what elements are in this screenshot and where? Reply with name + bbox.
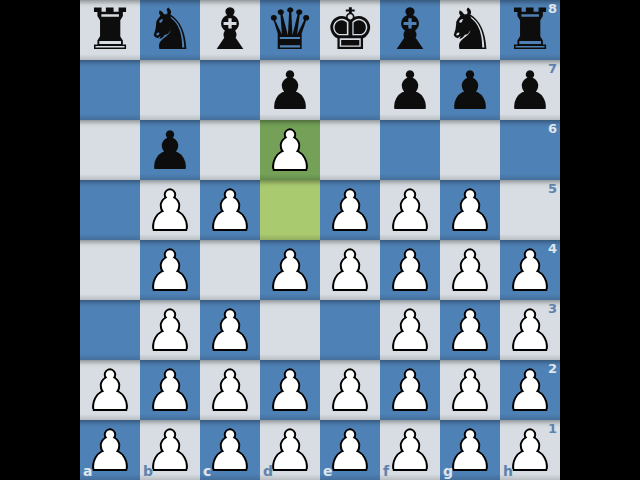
square-c6[interactable] bbox=[200, 120, 260, 180]
piece-white-pawn[interactable]: ♟ bbox=[86, 361, 134, 421]
square-h8[interactable]: ♜8 bbox=[500, 0, 560, 60]
piece-black-pawn[interactable]: ♟ bbox=[266, 61, 314, 121]
square-e3[interactable] bbox=[320, 300, 380, 360]
square-a7[interactable] bbox=[80, 60, 140, 120]
piece-black-bishop[interactable]: ♝ bbox=[384, 0, 435, 59]
square-h5[interactable]: 5 bbox=[500, 180, 560, 240]
piece-white-pawn[interactable]: ♟ bbox=[326, 241, 374, 301]
square-c5[interactable]: ♟ bbox=[200, 180, 260, 240]
piece-white-pawn[interactable]: ♟ bbox=[266, 421, 314, 480]
square-e6[interactable] bbox=[320, 120, 380, 180]
chess-board: ♜♞♝♛♚♝♞♜8♟♟♟♟7♟♟6♟♟♟♟♟5♟♟♟♟♟♟4♟♟♟♟♟3♟♟♟♟… bbox=[80, 0, 560, 480]
square-a1[interactable]: ♟a bbox=[80, 420, 140, 480]
square-c7[interactable] bbox=[200, 60, 260, 120]
square-b2[interactable]: ♟ bbox=[140, 360, 200, 420]
square-e7[interactable] bbox=[320, 60, 380, 120]
square-e1[interactable]: ♟e bbox=[320, 420, 380, 480]
square-g4[interactable]: ♟ bbox=[440, 240, 500, 300]
piece-white-pawn[interactable]: ♟ bbox=[386, 421, 434, 480]
square-a5[interactable] bbox=[80, 180, 140, 240]
square-b1[interactable]: ♟b bbox=[140, 420, 200, 480]
square-g8[interactable]: ♞ bbox=[440, 0, 500, 60]
square-c4[interactable] bbox=[200, 240, 260, 300]
square-a2[interactable]: ♟ bbox=[80, 360, 140, 420]
piece-white-pawn[interactable]: ♟ bbox=[386, 181, 434, 241]
piece-white-pawn[interactable]: ♟ bbox=[146, 301, 194, 361]
piece-white-pawn[interactable]: ♟ bbox=[386, 361, 434, 421]
piece-white-pawn[interactable]: ♟ bbox=[206, 421, 254, 480]
piece-white-pawn[interactable]: ♟ bbox=[326, 421, 374, 480]
square-a3[interactable] bbox=[80, 300, 140, 360]
square-f2[interactable]: ♟ bbox=[380, 360, 440, 420]
piece-black-queen[interactable]: ♛ bbox=[264, 0, 315, 59]
piece-black-pawn[interactable]: ♟ bbox=[146, 121, 194, 181]
square-h1[interactable]: ♟1h bbox=[500, 420, 560, 480]
square-d3[interactable] bbox=[260, 300, 320, 360]
piece-white-pawn[interactable]: ♟ bbox=[86, 421, 134, 480]
square-e2[interactable]: ♟ bbox=[320, 360, 380, 420]
piece-white-pawn[interactable]: ♟ bbox=[266, 121, 314, 181]
square-f6[interactable] bbox=[380, 120, 440, 180]
square-b8[interactable]: ♞ bbox=[140, 0, 200, 60]
piece-white-pawn[interactable]: ♟ bbox=[506, 421, 554, 480]
piece-black-knight[interactable]: ♞ bbox=[444, 0, 495, 59]
piece-black-king[interactable]: ♚ bbox=[324, 0, 375, 59]
square-b5[interactable]: ♟ bbox=[140, 180, 200, 240]
piece-white-pawn[interactable]: ♟ bbox=[506, 301, 554, 361]
piece-white-pawn[interactable]: ♟ bbox=[506, 241, 554, 301]
square-g3[interactable]: ♟ bbox=[440, 300, 500, 360]
square-e8[interactable]: ♚ bbox=[320, 0, 380, 60]
piece-white-pawn[interactable]: ♟ bbox=[446, 301, 494, 361]
video-frame: ♜♞♝♛♚♝♞♜8♟♟♟♟7♟♟6♟♟♟♟♟5♟♟♟♟♟♟4♟♟♟♟♟3♟♟♟♟… bbox=[0, 0, 640, 480]
square-h3[interactable]: ♟3 bbox=[500, 300, 560, 360]
square-f7[interactable]: ♟ bbox=[380, 60, 440, 120]
piece-white-pawn[interactable]: ♟ bbox=[146, 241, 194, 301]
piece-white-pawn[interactable]: ♟ bbox=[146, 421, 194, 480]
square-a4[interactable] bbox=[80, 240, 140, 300]
square-c2[interactable]: ♟ bbox=[200, 360, 260, 420]
piece-white-pawn[interactable]: ♟ bbox=[446, 361, 494, 421]
piece-white-pawn[interactable]: ♟ bbox=[326, 181, 374, 241]
square-f5[interactable]: ♟ bbox=[380, 180, 440, 240]
piece-black-pawn[interactable]: ♟ bbox=[446, 61, 494, 121]
square-d5[interactable] bbox=[260, 180, 320, 240]
piece-white-pawn[interactable]: ♟ bbox=[506, 361, 554, 421]
square-h7[interactable]: ♟7 bbox=[500, 60, 560, 120]
square-f1[interactable]: ♟f bbox=[380, 420, 440, 480]
square-b3[interactable]: ♟ bbox=[140, 300, 200, 360]
piece-white-pawn[interactable]: ♟ bbox=[446, 421, 494, 480]
piece-white-pawn[interactable]: ♟ bbox=[206, 361, 254, 421]
square-a8[interactable]: ♜ bbox=[80, 0, 140, 60]
piece-white-pawn[interactable]: ♟ bbox=[386, 301, 434, 361]
square-c8[interactable]: ♝ bbox=[200, 0, 260, 60]
piece-black-rook[interactable]: ♜ bbox=[84, 0, 135, 59]
piece-black-knight[interactable]: ♞ bbox=[144, 0, 195, 59]
square-d6[interactable]: ♟ bbox=[260, 120, 320, 180]
square-h2[interactable]: ♟2 bbox=[500, 360, 560, 420]
piece-black-bishop[interactable]: ♝ bbox=[204, 0, 255, 59]
square-d1[interactable]: ♟d bbox=[260, 420, 320, 480]
piece-white-pawn[interactable]: ♟ bbox=[206, 181, 254, 241]
piece-white-pawn[interactable]: ♟ bbox=[146, 181, 194, 241]
piece-white-pawn[interactable]: ♟ bbox=[326, 361, 374, 421]
square-g7[interactable]: ♟ bbox=[440, 60, 500, 120]
square-d7[interactable]: ♟ bbox=[260, 60, 320, 120]
square-g1[interactable]: ♟g bbox=[440, 420, 500, 480]
coord-rank-6: 6 bbox=[548, 122, 557, 135]
square-b6[interactable]: ♟ bbox=[140, 120, 200, 180]
piece-white-pawn[interactable]: ♟ bbox=[206, 301, 254, 361]
piece-white-pawn[interactable]: ♟ bbox=[266, 361, 314, 421]
square-b7[interactable] bbox=[140, 60, 200, 120]
piece-white-pawn[interactable]: ♟ bbox=[146, 361, 194, 421]
square-g5[interactable]: ♟ bbox=[440, 180, 500, 240]
square-f4[interactable]: ♟ bbox=[380, 240, 440, 300]
piece-white-pawn[interactable]: ♟ bbox=[446, 181, 494, 241]
square-g6[interactable] bbox=[440, 120, 500, 180]
square-a6[interactable] bbox=[80, 120, 140, 180]
piece-white-pawn[interactable]: ♟ bbox=[266, 241, 314, 301]
square-d4[interactable]: ♟ bbox=[260, 240, 320, 300]
piece-black-rook[interactable]: ♜ bbox=[504, 0, 555, 59]
piece-black-pawn[interactable]: ♟ bbox=[506, 61, 554, 121]
piece-white-pawn[interactable]: ♟ bbox=[386, 241, 434, 301]
piece-black-pawn[interactable]: ♟ bbox=[386, 61, 434, 121]
square-f3[interactable]: ♟ bbox=[380, 300, 440, 360]
square-f8[interactable]: ♝ bbox=[380, 0, 440, 60]
square-d2[interactable]: ♟ bbox=[260, 360, 320, 420]
square-g2[interactable]: ♟ bbox=[440, 360, 500, 420]
square-e4[interactable]: ♟ bbox=[320, 240, 380, 300]
coord-rank-5: 5 bbox=[548, 182, 557, 195]
square-e5[interactable]: ♟ bbox=[320, 180, 380, 240]
square-c3[interactable]: ♟ bbox=[200, 300, 260, 360]
square-c1[interactable]: ♟c bbox=[200, 420, 260, 480]
square-h4[interactable]: ♟4 bbox=[500, 240, 560, 300]
square-h6[interactable]: 6 bbox=[500, 120, 560, 180]
piece-white-pawn[interactable]: ♟ bbox=[446, 241, 494, 301]
square-b4[interactable]: ♟ bbox=[140, 240, 200, 300]
square-d8[interactable]: ♛ bbox=[260, 0, 320, 60]
